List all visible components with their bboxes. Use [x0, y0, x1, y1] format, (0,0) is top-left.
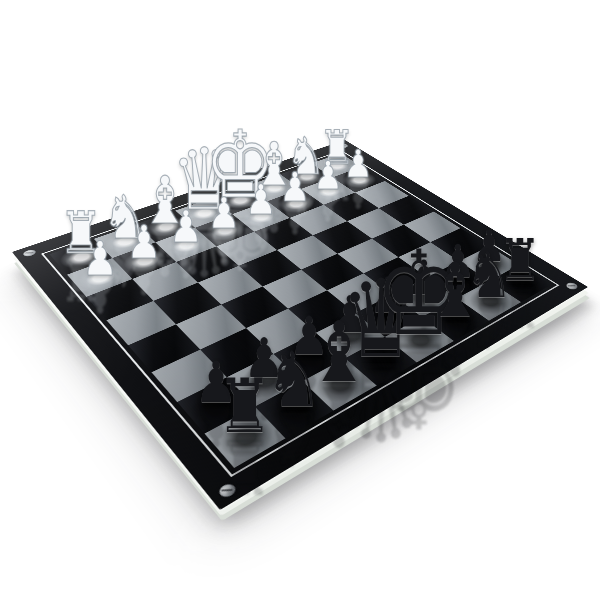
- corner-screw-4: [216, 482, 238, 500]
- chess-board: [12, 140, 588, 510]
- corner-screw-2: [337, 143, 349, 149]
- playing-area: [49, 153, 551, 468]
- corner-screw-3: [564, 281, 579, 290]
- corner-screw-1: [21, 249, 37, 258]
- product-photo-scene: ♜♜♞♞♝♝♛♛♚♚♝♝♞♞♜♜♟♟♟♟♟♟♟♟♟♟♟♟♟♟♟♟♟♟♟♟♟♟♟♟…: [0, 0, 600, 600]
